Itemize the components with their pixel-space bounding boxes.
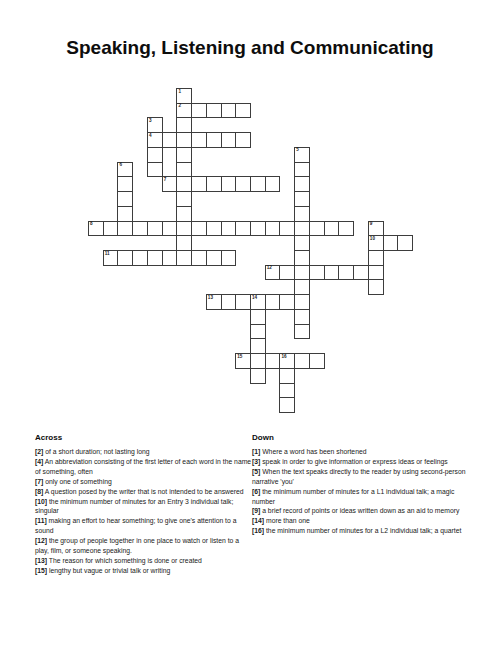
grid-cell[interactable]: 11 bbox=[103, 250, 119, 266]
grid-cell[interactable] bbox=[191, 103, 207, 119]
grid-cell[interactable] bbox=[206, 221, 222, 237]
grid-cell[interactable] bbox=[235, 132, 251, 148]
clue-down-6: [6] the minimum number of minutes for a … bbox=[252, 487, 474, 507]
grid-cell[interactable] bbox=[191, 176, 207, 192]
grid-cell[interactable] bbox=[117, 250, 133, 266]
grid-cell[interactable]: 16 bbox=[279, 353, 295, 369]
crossword-page: Speaking, Listening and Communicating 12… bbox=[0, 0, 500, 647]
grid-cell[interactable] bbox=[338, 265, 354, 281]
grid-cell[interactable] bbox=[294, 294, 310, 310]
grid-cell[interactable] bbox=[294, 176, 310, 192]
grid-cell[interactable] bbox=[176, 206, 192, 222]
grid-cell[interactable] bbox=[294, 279, 310, 295]
cell-number: 8 bbox=[90, 222, 93, 227]
clue-number: [3] bbox=[252, 458, 260, 465]
grid-cell[interactable]: 12 bbox=[265, 265, 281, 281]
grid-cell[interactable] bbox=[176, 117, 192, 133]
clue-number: [2] bbox=[35, 448, 43, 455]
grid-cell[interactable] bbox=[221, 294, 237, 310]
grid-cell[interactable] bbox=[235, 103, 251, 119]
clue-across-2: [2] of a short duration; not lasting lon… bbox=[35, 447, 252, 457]
clue-number: [11] bbox=[35, 517, 47, 524]
grid-cell[interactable] bbox=[279, 265, 295, 281]
grid-cell[interactable]: 14 bbox=[250, 294, 266, 310]
grid-cell[interactable] bbox=[132, 250, 148, 266]
grid-cell[interactable]: 15 bbox=[235, 353, 251, 369]
grid-cell[interactable]: 8 bbox=[88, 221, 104, 237]
grid-cell[interactable] bbox=[117, 221, 133, 237]
clue-number: [12] bbox=[35, 537, 47, 544]
grid-cell[interactable] bbox=[279, 397, 295, 413]
cell-number: 5 bbox=[296, 148, 299, 153]
clue-across-8: [8] A question posed by the writer that … bbox=[35, 487, 252, 497]
cell-number: 7 bbox=[164, 178, 167, 183]
grid-cell[interactable] bbox=[250, 338, 266, 354]
clue-number: [14] bbox=[252, 517, 264, 524]
clue-number: [7] bbox=[35, 478, 43, 485]
down-clues-section: Down [1] Where a word has been shortened… bbox=[252, 433, 474, 536]
cell-number: 13 bbox=[208, 296, 213, 301]
grid-cell[interactable]: 7 bbox=[162, 176, 178, 192]
clue-number: [9] bbox=[252, 507, 260, 514]
grid-cell[interactable] bbox=[279, 368, 295, 384]
down-header: Down bbox=[252, 433, 474, 442]
grid-cell[interactable] bbox=[279, 294, 295, 310]
grid-cell[interactable] bbox=[265, 294, 281, 310]
grid-cell[interactable] bbox=[221, 250, 237, 266]
grid-cell[interactable] bbox=[324, 265, 340, 281]
grid-cell[interactable] bbox=[162, 221, 178, 237]
cell-number: 3 bbox=[149, 119, 152, 124]
grid-cell[interactable]: 5 bbox=[294, 147, 310, 163]
clue-number: [15] bbox=[35, 567, 47, 574]
down-clue-list: [1] Where a word has been shortened[3] s… bbox=[252, 447, 474, 536]
grid-cell[interactable] bbox=[191, 132, 207, 148]
grid-cell[interactable] bbox=[368, 265, 384, 281]
crossword-grid: 12345678910111213141516 bbox=[88, 88, 414, 414]
grid-cell[interactable] bbox=[294, 309, 310, 325]
grid-cell[interactable]: 13 bbox=[206, 294, 222, 310]
grid-cell[interactable] bbox=[206, 132, 222, 148]
grid-cell[interactable] bbox=[147, 250, 163, 266]
grid-cell[interactable] bbox=[294, 265, 310, 281]
grid-cell[interactable] bbox=[117, 206, 133, 222]
clue-down-16: [16] the minimum number of minutes for a… bbox=[252, 526, 474, 536]
across-clues-section: Across [2] of a short duration; not last… bbox=[35, 433, 252, 576]
grid-cell[interactable] bbox=[176, 132, 192, 148]
cell-number: 14 bbox=[252, 296, 257, 301]
grid-cell[interactable] bbox=[338, 221, 354, 237]
grid-cell[interactable] bbox=[309, 353, 325, 369]
grid-cell[interactable] bbox=[162, 132, 178, 148]
cell-number: 1 bbox=[178, 90, 181, 95]
clue-number: [1] bbox=[252, 448, 260, 455]
grid-cell[interactable] bbox=[294, 250, 310, 266]
grid-cell[interactable] bbox=[368, 279, 384, 295]
clue-across-12: [12] the group of people together in one… bbox=[35, 536, 252, 556]
clue-number: [16] bbox=[252, 527, 264, 534]
grid-cell[interactable]: 6 bbox=[117, 162, 133, 178]
grid-cell[interactable] bbox=[176, 250, 192, 266]
grid-cell[interactable] bbox=[117, 176, 133, 192]
grid-cell[interactable] bbox=[221, 132, 237, 148]
grid-cell[interactable] bbox=[265, 353, 281, 369]
grid-cell[interactable] bbox=[294, 162, 310, 178]
across-header: Across bbox=[35, 433, 252, 442]
grid-cell[interactable] bbox=[279, 383, 295, 399]
grid-cell[interactable] bbox=[176, 162, 192, 178]
grid-cell[interactable]: 1 bbox=[176, 88, 192, 104]
clue-number: [4] bbox=[35, 458, 43, 465]
grid-cell[interactable] bbox=[250, 221, 266, 237]
clue-number: [13] bbox=[35, 557, 47, 564]
clue-number: [6] bbox=[252, 488, 260, 495]
grid-cell[interactable] bbox=[368, 250, 384, 266]
grid-cell[interactable] bbox=[162, 250, 178, 266]
clue-across-4: [4] An abbreviation consisting of the fi… bbox=[35, 457, 252, 477]
grid-cell[interactable] bbox=[221, 176, 237, 192]
cell-number: 9 bbox=[370, 222, 373, 227]
clue-across-11: [11] making an effort to hear something;… bbox=[35, 516, 252, 536]
grid-cell[interactable] bbox=[147, 147, 163, 163]
grid-cell[interactable] bbox=[176, 147, 192, 163]
grid-cell[interactable]: 9 bbox=[368, 221, 384, 237]
grid-cell[interactable] bbox=[265, 176, 281, 192]
grid-cell[interactable] bbox=[294, 353, 310, 369]
grid-cell[interactable] bbox=[206, 103, 222, 119]
grid-cell[interactable] bbox=[235, 294, 251, 310]
clue-down-5: [5] When the text speaks directly to the… bbox=[252, 467, 474, 487]
grid-cell[interactable] bbox=[324, 221, 340, 237]
grid-cell[interactable] bbox=[250, 368, 266, 384]
grid-cell[interactable]: 3 bbox=[147, 117, 163, 133]
across-clue-list: [2] of a short duration; not lasting lon… bbox=[35, 447, 252, 576]
grid-cell[interactable] bbox=[176, 176, 192, 192]
grid-cell[interactable] bbox=[294, 191, 310, 207]
grid-cell[interactable] bbox=[235, 176, 251, 192]
clue-down-3: [3] speak in order to give information o… bbox=[252, 457, 474, 467]
grid-cell[interactable] bbox=[383, 235, 399, 251]
grid-cell[interactable] bbox=[221, 221, 237, 237]
clue-number: [8] bbox=[35, 488, 43, 495]
grid-cell[interactable] bbox=[250, 324, 266, 340]
grid-cell[interactable] bbox=[294, 221, 310, 237]
grid-cell[interactable] bbox=[176, 235, 192, 251]
grid-cell[interactable] bbox=[147, 221, 163, 237]
grid-cell[interactable] bbox=[294, 235, 310, 251]
cell-number: 2 bbox=[178, 104, 181, 109]
clue-across-7: [7] only one of something bbox=[35, 477, 252, 487]
grid-cell[interactable]: 10 bbox=[368, 235, 384, 251]
clue-down-1: [1] Where a word has been shortened bbox=[252, 447, 474, 457]
grid-cell[interactable]: 2 bbox=[176, 103, 192, 119]
grid-cell[interactable] bbox=[309, 265, 325, 281]
cell-number: 16 bbox=[281, 355, 286, 360]
grid-cell[interactable] bbox=[132, 221, 148, 237]
clue-down-9: [9] a brief record of points or ideas wr… bbox=[252, 506, 474, 516]
grid-cell[interactable] bbox=[191, 221, 207, 237]
cell-number: 12 bbox=[267, 266, 272, 271]
grid-cell[interactable] bbox=[206, 250, 222, 266]
clue-number: [10] bbox=[35, 498, 47, 505]
cell-number: 10 bbox=[370, 237, 375, 242]
grid-cell[interactable] bbox=[147, 162, 163, 178]
clue-across-10: [10] the minimum number of minutes for a… bbox=[35, 497, 252, 517]
cell-number: 15 bbox=[237, 355, 242, 360]
grid-cell[interactable] bbox=[279, 221, 295, 237]
grid-cell[interactable] bbox=[206, 176, 222, 192]
grid-cell[interactable] bbox=[235, 221, 251, 237]
grid-cell[interactable] bbox=[265, 221, 281, 237]
grid-cell[interactable] bbox=[176, 191, 192, 207]
grid-cell[interactable] bbox=[221, 103, 237, 119]
grid-cell[interactable]: 4 bbox=[147, 132, 163, 148]
clue-across-13: [13] The reason for which something is d… bbox=[35, 556, 252, 566]
grid-cell[interactable] bbox=[294, 206, 310, 222]
grid-cell[interactable] bbox=[103, 221, 119, 237]
clue-number: [5] bbox=[252, 468, 260, 475]
cell-number: 4 bbox=[149, 134, 152, 139]
grid-cell[interactable] bbox=[309, 221, 325, 237]
grid-cell[interactable] bbox=[294, 324, 310, 340]
grid-cell[interactable] bbox=[250, 176, 266, 192]
clue-across-15: [15] lengthy but vague or trivial talk o… bbox=[35, 566, 252, 576]
cell-number: 11 bbox=[105, 252, 110, 257]
grid-cell[interactable] bbox=[353, 265, 369, 281]
grid-cell[interactable] bbox=[250, 309, 266, 325]
grid-cell[interactable] bbox=[117, 191, 133, 207]
puzzle-title: Speaking, Listening and Communicating bbox=[0, 37, 500, 59]
grid-cell[interactable] bbox=[250, 353, 266, 369]
cell-number: 6 bbox=[119, 163, 122, 168]
clue-down-14: [14] more than one bbox=[252, 516, 474, 526]
grid-cell[interactable] bbox=[176, 221, 192, 237]
grid-cell[interactable] bbox=[397, 235, 413, 251]
grid-cell[interactable] bbox=[191, 250, 207, 266]
